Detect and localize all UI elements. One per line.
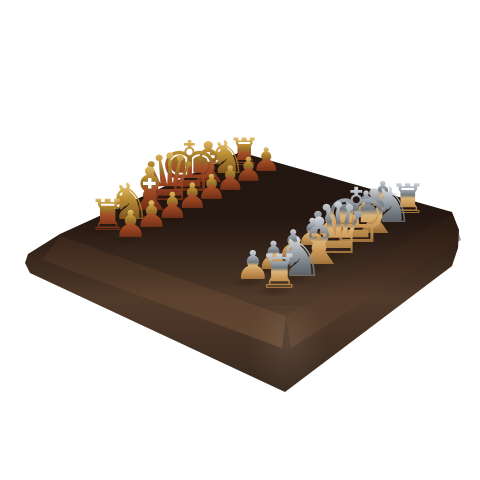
white-pawn-a2[interactable]: ♟ (114, 207, 148, 244)
base-corner-highlight (247, 305, 327, 400)
board-base (0, 0, 480, 480)
black-rook-a8[interactable]: ♜ (258, 249, 300, 296)
chess-set-photo: ♜♞♝♛♚♝♞♜♟♟♟♟♟♟♟♟♜♞♝♛♚♝♞♜♟♟♟♟♟♟♟♟ (0, 0, 480, 480)
